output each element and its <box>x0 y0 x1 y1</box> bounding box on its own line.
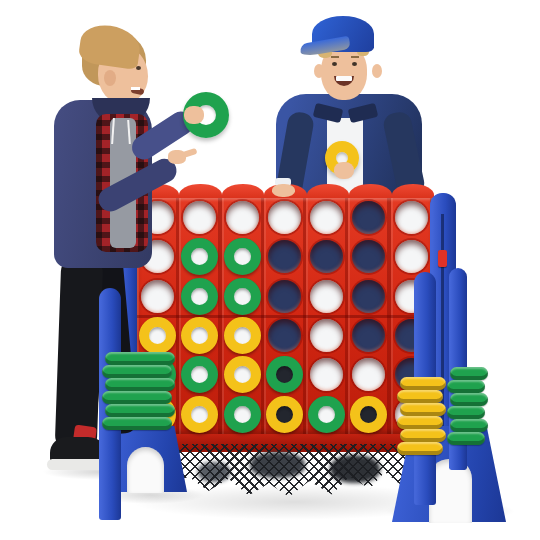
cell-r6c3 <box>222 395 264 434</box>
green-ring-piece <box>181 238 218 275</box>
green-ring-piece <box>224 396 261 433</box>
hole <box>141 280 174 313</box>
cell-r3c4 <box>264 277 306 316</box>
right-player-eye <box>352 62 357 66</box>
right-player-brow <box>331 56 339 58</box>
cell-r4c2 <box>179 316 221 355</box>
right-player-teeth <box>336 76 352 81</box>
green-ring-piece <box>224 278 261 315</box>
yellow-ring-piece <box>224 356 261 393</box>
left-player-ear <box>104 70 116 86</box>
cell-r2c3 <box>222 237 264 276</box>
green-stored-ring <box>450 367 488 380</box>
green-ring-piece <box>266 356 303 393</box>
cell-r5c4 <box>264 355 306 394</box>
left-player-teeth <box>131 87 140 90</box>
hole <box>268 280 301 313</box>
cell-r4c1 <box>137 316 179 355</box>
connect-four-grid <box>137 198 433 434</box>
cell-r5c5 <box>306 355 348 394</box>
cell-r3c3 <box>222 277 264 316</box>
hole <box>310 280 343 313</box>
ring-stack-right-front <box>398 377 444 455</box>
green-stored-ring <box>102 365 172 378</box>
hole <box>352 358 385 391</box>
left-player-front-leg <box>55 257 104 450</box>
yellow-stored-ring <box>397 390 443 403</box>
cell-r5c3 <box>222 355 264 394</box>
cell-r1c5 <box>306 198 348 237</box>
cell-r1c7 <box>391 198 433 237</box>
hole <box>395 240 428 273</box>
ring-stack-right-back <box>448 367 486 445</box>
yellow-ring-piece <box>350 396 387 433</box>
hole <box>310 319 343 352</box>
cell-r1c2 <box>179 198 221 237</box>
yellow-stored-ring <box>400 429 446 442</box>
hole <box>226 201 259 234</box>
cell-r6c5 <box>306 395 348 434</box>
hole <box>268 201 301 234</box>
yellow-ring-piece <box>181 396 218 433</box>
cell-r2c5 <box>306 237 348 276</box>
cell-r4c5 <box>306 316 348 355</box>
hole <box>268 319 301 352</box>
cell-r2c7 <box>391 237 433 276</box>
green-stored-ring <box>105 404 175 417</box>
cell-r4c6 <box>348 316 390 355</box>
hole <box>310 201 343 234</box>
hole <box>310 358 343 391</box>
hole <box>310 240 343 273</box>
cell-r3c2 <box>179 277 221 316</box>
product-photo-giant-connect-four <box>0 0 540 540</box>
left-player-holding-hand <box>184 106 204 124</box>
yellow-ring-piece <box>266 396 303 433</box>
green-stored-ring <box>102 391 172 404</box>
left-player-eye <box>136 66 141 70</box>
yellow-ring-piece <box>224 317 261 354</box>
cell-r6c6 <box>348 395 390 434</box>
yellow-stored-ring <box>397 416 443 429</box>
right-player-brow <box>351 56 359 58</box>
green-stored-ring <box>447 432 485 445</box>
cell-r1c6 <box>348 198 390 237</box>
yellow-stored-ring <box>397 442 443 455</box>
hole <box>352 201 385 234</box>
hole <box>352 240 385 273</box>
yellow-ring-piece <box>181 317 218 354</box>
right-player-ear <box>372 64 382 78</box>
green-ring-piece <box>181 356 218 393</box>
left-player-pointing-finger <box>181 148 197 158</box>
cell-r2c2 <box>179 237 221 276</box>
green-ring-piece <box>224 238 261 275</box>
cell-r4c4 <box>264 316 306 355</box>
green-stored-ring <box>450 419 488 432</box>
cell-r3c1 <box>137 277 179 316</box>
green-stored-ring <box>102 417 172 430</box>
green-stored-ring <box>105 352 175 365</box>
green-stored-ring <box>447 406 485 419</box>
hole <box>352 280 385 313</box>
green-ring-piece <box>308 396 345 433</box>
hole <box>352 319 385 352</box>
release-slider-top <box>438 250 447 267</box>
yellow-stored-ring <box>400 403 446 416</box>
yellow-stored-ring <box>400 377 446 390</box>
green-stored-ring <box>450 393 488 406</box>
cell-r6c2 <box>179 395 221 434</box>
yellow-ring-piece <box>139 317 176 354</box>
cell-r1c3 <box>222 198 264 237</box>
board-leg-left-arch <box>127 447 164 493</box>
green-ring-piece <box>181 278 218 315</box>
cell-r6c4 <box>264 395 306 434</box>
green-stored-ring <box>447 380 485 393</box>
cell-r2c6 <box>348 237 390 276</box>
cell-r2c4 <box>264 237 306 276</box>
cell-r5c6 <box>348 355 390 394</box>
right-player-hand <box>334 162 354 179</box>
cell-r5c2 <box>179 355 221 394</box>
cell-r1c4 <box>264 198 306 237</box>
hole <box>268 240 301 273</box>
cell-r3c5 <box>306 277 348 316</box>
hole <box>183 201 216 234</box>
right-player-eye <box>332 62 337 66</box>
hole <box>395 201 428 234</box>
right-player-hand-on-board <box>272 184 295 197</box>
cell-r3c6 <box>348 277 390 316</box>
green-stored-ring <box>105 378 175 391</box>
ring-stack-left <box>103 352 173 430</box>
cell-r4c3 <box>222 316 264 355</box>
